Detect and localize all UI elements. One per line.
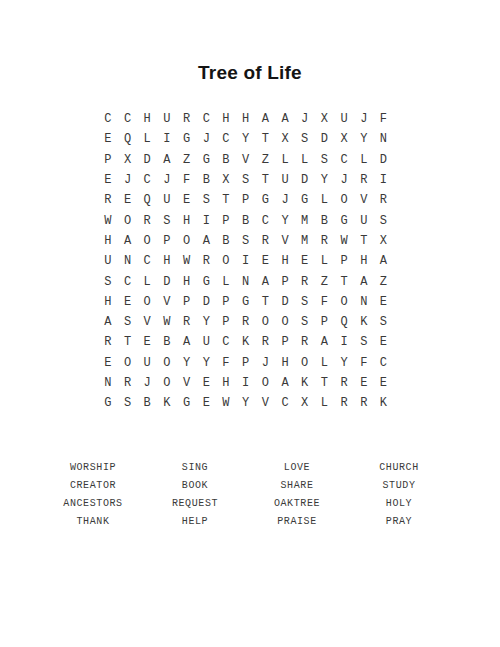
grid-cell-r5c1[interactable]: R (98, 190, 118, 210)
grid-cell-r13c13[interactable]: Y (334, 353, 354, 373)
grid-cell-r8c7[interactable]: O (216, 251, 236, 271)
grid-cell-r1c7[interactable]: H (216, 109, 236, 129)
grid-cell-r10c7[interactable]: P (216, 292, 236, 312)
grid-cell-r4c9[interactable]: T (256, 170, 276, 190)
grid-cell-r6c8[interactable]: B (236, 210, 256, 230)
grid-cell-r5c4[interactable]: U (157, 190, 177, 210)
puzzle-title: Tree of Life (0, 62, 500, 84)
grid-cell-r10c8[interactable]: G (236, 292, 256, 312)
grid-cell-r14c14[interactable]: E (354, 373, 374, 393)
grid-cell-r11c6[interactable]: Y (196, 312, 216, 332)
word-list-item: ANCESTORS (42, 495, 144, 513)
grid-cell-r15c8[interactable]: Y (236, 393, 256, 413)
grid-cell-r11c10[interactable]: O (275, 312, 295, 332)
grid-cell-r14c10[interactable]: A (275, 373, 295, 393)
grid-cell-r2c7[interactable]: C (216, 129, 236, 149)
grid-cell-r7c9[interactable]: R (256, 231, 276, 251)
grid-cell-r9c3[interactable]: L (137, 271, 157, 291)
grid-cell-r13c7[interactable]: F (216, 353, 236, 373)
grid-cell-r3c8[interactable]: V (236, 150, 256, 170)
grid-cell-r6c3[interactable]: R (137, 210, 157, 230)
grid-cell-r2c5[interactable]: G (177, 129, 197, 149)
grid-cell-r14c6[interactable]: E (196, 373, 216, 393)
grid-cell-r2c1[interactable]: E (98, 129, 118, 149)
grid-cell-r12c9[interactable]: R (256, 332, 276, 352)
grid-cell-r2c8[interactable]: Y (236, 129, 256, 149)
grid-cell-r13c9[interactable]: J (256, 353, 276, 373)
grid-cell-r5c8[interactable]: P (236, 190, 256, 210)
grid-cell-r13c6[interactable]: Y (196, 353, 216, 373)
grid-cell-r11c4[interactable]: W (157, 312, 177, 332)
word-list-item: CHURCH (348, 459, 450, 477)
grid-cell-r5c6[interactable]: S (196, 190, 216, 210)
grid-cell-r8c9[interactable]: E (256, 251, 276, 271)
grid-cell-r2c15[interactable]: N (374, 129, 394, 149)
grid-cell-r2c12[interactable]: D (315, 129, 335, 149)
grid-cell-r1c9[interactable]: A (256, 109, 276, 129)
grid-cell-r5c3[interactable]: Q (137, 190, 157, 210)
grid-cell-r14c9[interactable]: O (256, 373, 276, 393)
grid-cell-r6c5[interactable]: H (177, 210, 197, 230)
grid-cell-r3c11[interactable]: L (295, 150, 315, 170)
grid-cell-r13c5[interactable]: Y (177, 353, 197, 373)
grid-cell-r14c12[interactable]: T (315, 373, 335, 393)
grid-cell-r3c1[interactable]: P (98, 150, 118, 170)
grid-cell-r5c5[interactable]: E (177, 190, 197, 210)
grid-cell-r6c4[interactable]: S (157, 210, 177, 230)
grid-cell-r12c10[interactable]: P (275, 332, 295, 352)
grid-cell-r3c15[interactable]: D (374, 150, 394, 170)
grid-cell-r9c2[interactable]: C (118, 271, 138, 291)
grid-cell-r12c15[interactable]: E (374, 332, 394, 352)
grid-cell-r9c1[interactable]: S (98, 271, 118, 291)
grid-cell-r15c2[interactable]: S (118, 393, 138, 413)
grid-cell-r7c3[interactable]: O (137, 231, 157, 251)
grid-cell-r13c4[interactable]: O (157, 353, 177, 373)
grid-cell-r3c2[interactable]: X (118, 150, 138, 170)
grid-cell-r13c11[interactable]: O (295, 353, 315, 373)
grid-cell-r14c8[interactable]: I (236, 373, 256, 393)
grid-cell-r1c14[interactable]: J (354, 109, 374, 129)
grid-cell-r13c12[interactable]: L (315, 353, 335, 373)
grid-cell-r10c12[interactable]: F (315, 292, 335, 312)
grid-cell-r4c11[interactable]: D (295, 170, 315, 190)
grid-cell-r15c13[interactable]: R (334, 393, 354, 413)
grid-cell-r10c15[interactable]: E (374, 292, 394, 312)
grid-cell-r8c5[interactable]: W (177, 251, 197, 271)
grid-cell-r13c2[interactable]: O (118, 353, 138, 373)
word-list-item: OAKTREE (246, 495, 348, 513)
grid-cell-r4c7[interactable]: X (216, 170, 236, 190)
grid-cell-r5c7[interactable]: T (216, 190, 236, 210)
grid-cell-r7c13[interactable]: W (334, 231, 354, 251)
grid-cell-r12c13[interactable]: I (334, 332, 354, 352)
word-list-item: REQUEST (144, 495, 246, 513)
grid-cell-r14c11[interactable]: K (295, 373, 315, 393)
grid-cell-r6c2[interactable]: O (118, 210, 138, 230)
grid-cell-r7c6[interactable]: A (196, 231, 216, 251)
grid-cell-r8c13[interactable]: P (334, 251, 354, 271)
grid-cell-r14c3[interactable]: J (137, 373, 157, 393)
grid-cell-r1c11[interactable]: J (295, 109, 315, 129)
grid-cell-r14c1[interactable]: N (98, 373, 118, 393)
grid-cell-r15c7[interactable]: W (216, 393, 236, 413)
grid-cell-r3c5[interactable]: Z (177, 150, 197, 170)
grid-cell-r3c7[interactable]: B (216, 150, 236, 170)
grid-cell-r10c11[interactable]: S (295, 292, 315, 312)
grid-cell-r3c10[interactable]: L (275, 150, 295, 170)
grid-cell-r2c13[interactable]: X (334, 129, 354, 149)
grid-cell-r11c13[interactable]: Q (334, 312, 354, 332)
word-list-item: LOVE (246, 459, 348, 477)
grid-cell-r9c6[interactable]: G (196, 271, 216, 291)
word-list-item: HELP (144, 513, 246, 531)
grid-cell-r3c9[interactable]: Z (256, 150, 276, 170)
grid-cell-r13c8[interactable]: P (236, 353, 256, 373)
grid-cell-r2c3[interactable]: L (137, 129, 157, 149)
grid-cell-r8c15[interactable]: A (374, 251, 394, 271)
grid-cell-r5c9[interactable]: G (256, 190, 276, 210)
word-list: WORSHIPSINGLOVECHURCHCREATORBOOKSHARESTU… (42, 459, 450, 531)
grid-cell-r4c4[interactable]: J (157, 170, 177, 190)
grid-cell-r10c14[interactable]: N (354, 292, 374, 312)
grid-cell-r7c7[interactable]: B (216, 231, 236, 251)
grid-cell-r8c6[interactable]: R (196, 251, 216, 271)
grid-cell-r14c5[interactable]: V (177, 373, 197, 393)
grid-cell-r12c7[interactable]: C (216, 332, 236, 352)
grid-cell-r9c11[interactable]: R (295, 271, 315, 291)
grid-cell-r8c10[interactable]: H (275, 251, 295, 271)
grid-cell-r5c10[interactable]: J (275, 190, 295, 210)
grid-cell-r10c5[interactable]: P (177, 292, 197, 312)
grid-cell-r8c1[interactable]: U (98, 251, 118, 271)
grid-cell-r12c1[interactable]: R (98, 332, 118, 352)
grid-cell-r9c4[interactable]: D (157, 271, 177, 291)
grid-cell-r14c7[interactable]: H (216, 373, 236, 393)
grid-cell-r14c2[interactable]: R (118, 373, 138, 393)
grid-cell-r14c13[interactable]: R (334, 373, 354, 393)
grid-cell-r12c11[interactable]: R (295, 332, 315, 352)
grid-cell-r15c6[interactable]: E (196, 393, 216, 413)
grid-cell-r8c4[interactable]: H (157, 251, 177, 271)
grid-cell-r2c9[interactable]: T (256, 129, 276, 149)
grid-cell-r4c15[interactable]: I (374, 170, 394, 190)
word-list-item: HOLY (348, 495, 450, 513)
grid-cell-r15c10[interactable]: C (275, 393, 295, 413)
grid-cell-r2c11[interactable]: S (295, 129, 315, 149)
word-list-item: BOOK (144, 477, 246, 495)
grid-cell-r5c2[interactable]: E (118, 190, 138, 210)
grid-cell-r4c14[interactable]: R (354, 170, 374, 190)
grid-cell-r8c2[interactable]: N (118, 251, 138, 271)
grid-cell-r12c8[interactable]: K (236, 332, 256, 352)
grid-cell-r4c2[interactable]: J (118, 170, 138, 190)
grid-cell-r12c4[interactable]: B (157, 332, 177, 352)
grid-cell-r1c1[interactable]: C (98, 109, 118, 129)
grid-cell-r2c2[interactable]: Q (118, 129, 138, 149)
grid-cell-r11c3[interactable]: V (137, 312, 157, 332)
grid-cell-r11c11[interactable]: S (295, 312, 315, 332)
grid-cell-r6c11[interactable]: M (295, 210, 315, 230)
grid-cell-r10c4[interactable]: V (157, 292, 177, 312)
grid-cell-r9c13[interactable]: T (334, 271, 354, 291)
grid-cell-r6c9[interactable]: C (256, 210, 276, 230)
grid-cell-r7c15[interactable]: X (374, 231, 394, 251)
grid-cell-r8c14[interactable]: H (354, 251, 374, 271)
grid-cell-r1c15[interactable]: F (374, 109, 394, 129)
grid-cell-r6c14[interactable]: U (354, 210, 374, 230)
grid-cell-r11c12[interactable]: P (315, 312, 335, 332)
grid-cell-r13c3[interactable]: U (137, 353, 157, 373)
grid-cell-r9c5[interactable]: H (177, 271, 197, 291)
grid-cell-r9c10[interactable]: P (275, 271, 295, 291)
grid-cell-r11c2[interactable]: S (118, 312, 138, 332)
grid-cell-r1c8[interactable]: H (236, 109, 256, 129)
grid-cell-r6c13[interactable]: G (334, 210, 354, 230)
grid-cell-r9c8[interactable]: N (236, 271, 256, 291)
grid-cell-r15c5[interactable]: G (177, 393, 197, 413)
grid-cell-r3c6[interactable]: G (196, 150, 216, 170)
grid-cell-r8c12[interactable]: L (315, 251, 335, 271)
grid-cell-r4c12[interactable]: Y (315, 170, 335, 190)
grid-cell-r7c1[interactable]: H (98, 231, 118, 251)
grid-cell-r5c12[interactable]: L (315, 190, 335, 210)
grid-cell-r6c6[interactable]: I (196, 210, 216, 230)
grid-cell-r1c6[interactable]: C (196, 109, 216, 129)
word-search-grid: CCHURCHHAAJXUJFEQLIGJCYTXSDXYNPXDAZGBVZL… (98, 109, 393, 413)
grid-cell-r1c10[interactable]: A (275, 109, 295, 129)
grid-cell-r7c8[interactable]: S (236, 231, 256, 251)
grid-cell-r12c14[interactable]: S (354, 332, 374, 352)
grid-cell-r5c14[interactable]: V (354, 190, 374, 210)
grid-cell-r12c2[interactable]: T (118, 332, 138, 352)
grid-cell-r12c3[interactable]: E (137, 332, 157, 352)
grid-cell-r1c2[interactable]: C (118, 109, 138, 129)
grid-cell-r3c14[interactable]: L (354, 150, 374, 170)
grid-cell-r15c14[interactable]: R (354, 393, 374, 413)
grid-cell-r15c12[interactable]: L (315, 393, 335, 413)
grid-cell-r11c1[interactable]: A (98, 312, 118, 332)
grid-cell-r14c4[interactable]: O (157, 373, 177, 393)
grid-cell-r4c6[interactable]: B (196, 170, 216, 190)
grid-cell-r4c8[interactable]: S (236, 170, 256, 190)
word-list-item: STUDY (348, 477, 450, 495)
grid-cell-r7c5[interactable]: O (177, 231, 197, 251)
grid-cell-r11c8[interactable]: R (236, 312, 256, 332)
grid-cell-r11c7[interactable]: P (216, 312, 236, 332)
word-list-item: PRAISE (246, 513, 348, 531)
grid-cell-r12c12[interactable]: A (315, 332, 335, 352)
grid-cell-r5c15[interactable]: R (374, 190, 394, 210)
grid-cell-r4c13[interactable]: J (334, 170, 354, 190)
grid-cell-r2c14[interactable]: Y (354, 129, 374, 149)
grid-cell-r3c4[interactable]: A (157, 150, 177, 170)
word-list-item: SHARE (246, 477, 348, 495)
grid-cell-r8c11[interactable]: E (295, 251, 315, 271)
grid-cell-r7c12[interactable]: R (315, 231, 335, 251)
grid-cell-r10c2[interactable]: E (118, 292, 138, 312)
grid-cell-r2c4[interactable]: I (157, 129, 177, 149)
grid-cell-r15c15[interactable]: K (374, 393, 394, 413)
grid-cell-r9c9[interactable]: A (256, 271, 276, 291)
grid-cell-r7c4[interactable]: P (157, 231, 177, 251)
grid-cell-r3c3[interactable]: D (137, 150, 157, 170)
word-list-item: CREATOR (42, 477, 144, 495)
grid-cell-r3c13[interactable]: C (334, 150, 354, 170)
grid-cell-r6c15[interactable]: S (374, 210, 394, 230)
grid-cell-r11c9[interactable]: O (256, 312, 276, 332)
grid-cell-r14c15[interactable]: E (374, 373, 394, 393)
grid-cell-r13c15[interactable]: C (374, 353, 394, 373)
grid-cell-r10c13[interactable]: O (334, 292, 354, 312)
grid-cell-r4c3[interactable]: C (137, 170, 157, 190)
grid-cell-r10c10[interactable]: D (275, 292, 295, 312)
grid-cell-r15c9[interactable]: V (256, 393, 276, 413)
grid-cell-r12c6[interactable]: U (196, 332, 216, 352)
grid-cell-r4c1[interactable]: E (98, 170, 118, 190)
grid-cell-r15c3[interactable]: B (137, 393, 157, 413)
grid-cell-r10c1[interactable]: H (98, 292, 118, 312)
word-list-item: PRAY (348, 513, 450, 531)
grid-cell-r9c12[interactable]: Z (315, 271, 335, 291)
grid-cell-r10c3[interactable]: O (137, 292, 157, 312)
grid-cell-r8c8[interactable]: I (236, 251, 256, 271)
grid-cell-r11c15[interactable]: S (374, 312, 394, 332)
grid-cell-r11c5[interactable]: R (177, 312, 197, 332)
grid-cell-r2c6[interactable]: J (196, 129, 216, 149)
word-list-item: THANK (42, 513, 144, 531)
grid-cell-r1c4[interactable]: U (157, 109, 177, 129)
grid-cell-r6c1[interactable]: W (98, 210, 118, 230)
grid-cell-r11c14[interactable]: K (354, 312, 374, 332)
grid-cell-r7c2[interactable]: A (118, 231, 138, 251)
grid-cell-r13c14[interactable]: F (354, 353, 374, 373)
grid-cell-r13c10[interactable]: H (275, 353, 295, 373)
grid-cell-r6c10[interactable]: Y (275, 210, 295, 230)
grid-cell-r8c3[interactable]: C (137, 251, 157, 271)
grid-cell-r1c3[interactable]: H (137, 109, 157, 129)
grid-cell-r9c15[interactable]: Z (374, 271, 394, 291)
grid-cell-r2c10[interactable]: X (275, 129, 295, 149)
grid-cell-r7c11[interactable]: M (295, 231, 315, 251)
grid-cell-r7c10[interactable]: V (275, 231, 295, 251)
grid-cell-r5c13[interactable]: O (334, 190, 354, 210)
grid-cell-r4c5[interactable]: F (177, 170, 197, 190)
grid-cell-r7c14[interactable]: T (354, 231, 374, 251)
grid-cell-r6c7[interactable]: P (216, 210, 236, 230)
grid-cell-r6c12[interactable]: B (315, 210, 335, 230)
grid-cell-r15c1[interactable]: G (98, 393, 118, 413)
grid-cell-r1c12[interactable]: X (315, 109, 335, 129)
grid-cell-r15c11[interactable]: X (295, 393, 315, 413)
grid-cell-r15c4[interactable]: K (157, 393, 177, 413)
grid-cell-r1c13[interactable]: U (334, 109, 354, 129)
grid-cell-r5c11[interactable]: G (295, 190, 315, 210)
grid-cell-r10c9[interactable]: T (256, 292, 276, 312)
grid-cell-r3c12[interactable]: S (315, 150, 335, 170)
grid-cell-r9c7[interactable]: L (216, 271, 236, 291)
word-list-item: WORSHIP (42, 459, 144, 477)
word-list-item: SING (144, 459, 246, 477)
grid-cell-r12c5[interactable]: A (177, 332, 197, 352)
grid-cell-r9c14[interactable]: A (354, 271, 374, 291)
grid-cell-r13c1[interactable]: E (98, 353, 118, 373)
grid-cell-r1c5[interactable]: R (177, 109, 197, 129)
grid-cell-r4c10[interactable]: U (275, 170, 295, 190)
grid-cell-r10c6[interactable]: D (196, 292, 216, 312)
